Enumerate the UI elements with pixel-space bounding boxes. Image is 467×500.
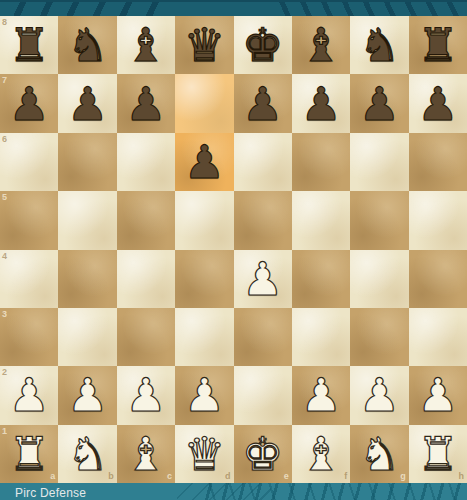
- chess-board: 8♜♞♝♛♚♝♞♜7♟♟♟♟♟♟♟6♟54♟32♟♟♟♟♟♟♟1a♜b♞c♝d♛…: [0, 16, 467, 483]
- piece-black-pawn[interactable]: ♟: [184, 139, 225, 185]
- square-b5[interactable]: [58, 191, 116, 249]
- square-f1[interactable]: f♝: [292, 425, 350, 483]
- square-c1[interactable]: c♝: [117, 425, 175, 483]
- square-f5[interactable]: [292, 191, 350, 249]
- rank-label: 1: [2, 427, 7, 436]
- square-c7[interactable]: ♟: [117, 74, 175, 132]
- square-b4[interactable]: [58, 250, 116, 308]
- piece-white-queen[interactable]: ♛: [184, 431, 225, 477]
- piece-black-rook[interactable]: ♜: [417, 22, 458, 68]
- square-g8[interactable]: ♞: [350, 16, 408, 74]
- piece-black-knight[interactable]: ♞: [67, 22, 108, 68]
- file-label: f: [344, 472, 347, 481]
- square-g2[interactable]: ♟: [350, 366, 408, 424]
- square-h6[interactable]: [409, 133, 467, 191]
- square-e6[interactable]: [234, 133, 292, 191]
- square-g4[interactable]: [350, 250, 408, 308]
- square-a8[interactable]: 8♜: [0, 16, 58, 74]
- rank-label: 5: [2, 193, 7, 202]
- rank-label: 4: [2, 252, 7, 261]
- piece-black-rook[interactable]: ♜: [9, 22, 50, 68]
- piece-black-pawn[interactable]: ♟: [9, 81, 50, 127]
- piece-white-knight[interactable]: ♞: [359, 431, 400, 477]
- square-f4[interactable]: [292, 250, 350, 308]
- square-d6[interactable]: ♟: [175, 133, 233, 191]
- file-label: g: [400, 472, 406, 481]
- square-d4[interactable]: [175, 250, 233, 308]
- piece-white-knight[interactable]: ♞: [67, 431, 108, 477]
- square-b6[interactable]: [58, 133, 116, 191]
- file-label: e: [284, 472, 289, 481]
- file-label: h: [459, 472, 465, 481]
- file-label: b: [108, 472, 114, 481]
- square-h2[interactable]: ♟: [409, 366, 467, 424]
- rank-label: 2: [2, 368, 7, 377]
- square-a1[interactable]: 1a♜: [0, 425, 58, 483]
- square-f2[interactable]: ♟: [292, 366, 350, 424]
- piece-black-pawn[interactable]: ♟: [242, 81, 283, 127]
- piece-black-bishop[interactable]: ♝: [125, 22, 166, 68]
- piece-white-bishop[interactable]: ♝: [300, 431, 341, 477]
- piece-white-rook[interactable]: ♜: [9, 431, 50, 477]
- rank-label: 3: [2, 310, 7, 319]
- square-e8[interactable]: ♚: [234, 16, 292, 74]
- piece-black-pawn[interactable]: ♟: [300, 81, 341, 127]
- square-d5[interactable]: [175, 191, 233, 249]
- piece-white-pawn[interactable]: ♟: [417, 372, 458, 418]
- square-h7[interactable]: ♟: [409, 74, 467, 132]
- square-e5[interactable]: [234, 191, 292, 249]
- piece-black-bishop[interactable]: ♝: [300, 22, 341, 68]
- piece-black-king[interactable]: ♚: [242, 22, 283, 68]
- piece-white-pawn[interactable]: ♟: [359, 372, 400, 418]
- file-label: c: [167, 472, 172, 481]
- square-b1[interactable]: b♞: [58, 425, 116, 483]
- square-g5[interactable]: [350, 191, 408, 249]
- square-h4[interactable]: [409, 250, 467, 308]
- square-c3[interactable]: [117, 308, 175, 366]
- status-bar: Pirc Defense: [0, 483, 467, 500]
- square-e3[interactable]: [234, 308, 292, 366]
- piece-black-pawn[interactable]: ♟: [417, 81, 458, 127]
- square-d8[interactable]: ♛: [175, 16, 233, 74]
- square-d3[interactable]: [175, 308, 233, 366]
- rank-label: 6: [2, 135, 7, 144]
- square-a4[interactable]: 4: [0, 250, 58, 308]
- square-c8[interactable]: ♝: [117, 16, 175, 74]
- square-a5[interactable]: 5: [0, 191, 58, 249]
- piece-black-queen[interactable]: ♛: [184, 22, 225, 68]
- piece-white-pawn[interactable]: ♟: [9, 372, 50, 418]
- square-d2[interactable]: ♟: [175, 366, 233, 424]
- square-e4[interactable]: ♟: [234, 250, 292, 308]
- square-e2[interactable]: [234, 366, 292, 424]
- feather-pattern-icon: [196, 483, 467, 500]
- piece-white-pawn[interactable]: ♟: [125, 372, 166, 418]
- piece-white-pawn[interactable]: ♟: [184, 372, 225, 418]
- square-f7[interactable]: ♟: [292, 74, 350, 132]
- square-h1[interactable]: h♜: [409, 425, 467, 483]
- rank-label: 7: [2, 76, 7, 85]
- square-e1[interactable]: e♚: [234, 425, 292, 483]
- square-a3[interactable]: 3: [0, 308, 58, 366]
- square-b3[interactable]: [58, 308, 116, 366]
- square-a6[interactable]: 6: [0, 133, 58, 191]
- square-b7[interactable]: ♟: [58, 74, 116, 132]
- piece-white-pawn[interactable]: ♟: [300, 372, 341, 418]
- square-f3[interactable]: [292, 308, 350, 366]
- square-g1[interactable]: g♞: [350, 425, 408, 483]
- square-h3[interactable]: [409, 308, 467, 366]
- square-d7[interactable]: [175, 74, 233, 132]
- square-h8[interactable]: ♜: [409, 16, 467, 74]
- square-f8[interactable]: ♝: [292, 16, 350, 74]
- file-label: a: [50, 472, 55, 481]
- square-g3[interactable]: [350, 308, 408, 366]
- feather-pattern-icon: [177, 483, 270, 500]
- piece-white-king[interactable]: ♚: [242, 431, 283, 477]
- square-c5[interactable]: [117, 191, 175, 249]
- square-g6[interactable]: [350, 133, 408, 191]
- piece-white-pawn[interactable]: ♟: [67, 372, 108, 418]
- piece-white-bishop[interactable]: ♝: [125, 431, 166, 477]
- square-b8[interactable]: ♞: [58, 16, 116, 74]
- square-b2[interactable]: ♟: [58, 366, 116, 424]
- file-label: d: [225, 472, 231, 481]
- square-g7[interactable]: ♟: [350, 74, 408, 132]
- square-c6[interactable]: [117, 133, 175, 191]
- opening-name-label: Pirc Defense: [15, 485, 86, 500]
- piece-white-rook[interactable]: ♜: [417, 431, 458, 477]
- square-f6[interactable]: [292, 133, 350, 191]
- square-h5[interactable]: [409, 191, 467, 249]
- piece-black-knight[interactable]: ♞: [359, 22, 400, 68]
- app-window: 8♜♞♝♛♚♝♞♜7♟♟♟♟♟♟♟6♟54♟32♟♟♟♟♟♟♟1a♜b♞c♝d♛…: [0, 0, 467, 500]
- rank-label: 8: [2, 18, 7, 27]
- square-c4[interactable]: [117, 250, 175, 308]
- square-c2[interactable]: ♟: [117, 366, 175, 424]
- square-d1[interactable]: d♛: [175, 425, 233, 483]
- square-a2[interactable]: 2♟: [0, 366, 58, 424]
- piece-black-pawn[interactable]: ♟: [125, 81, 166, 127]
- piece-black-pawn[interactable]: ♟: [359, 81, 400, 127]
- square-e7[interactable]: ♟: [234, 74, 292, 132]
- square-a7[interactable]: 7♟: [0, 74, 58, 132]
- piece-white-pawn[interactable]: ♟: [242, 256, 283, 302]
- piece-black-pawn[interactable]: ♟: [67, 81, 108, 127]
